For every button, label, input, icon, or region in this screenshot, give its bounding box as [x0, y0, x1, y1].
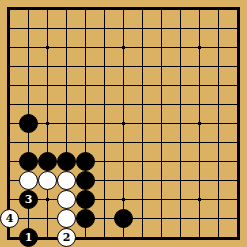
black-stone — [76, 171, 95, 190]
move-number-label: 3 — [25, 194, 33, 205]
black-stone — [19, 114, 38, 133]
stones-layer: 3412 — [0, 0, 247, 247]
move-number-label: 4 — [6, 213, 14, 224]
black-stone: 1 — [19, 228, 38, 247]
white-stone — [57, 171, 76, 190]
black-stone: 3 — [19, 190, 38, 209]
white-stone: 4 — [0, 209, 19, 228]
white-stone — [57, 209, 76, 228]
black-stone — [19, 152, 38, 171]
black-stone — [38, 152, 57, 171]
black-stone — [76, 209, 95, 228]
go-board: 3412 — [0, 0, 247, 247]
move-number-label: 2 — [63, 232, 71, 243]
white-stone — [38, 171, 57, 190]
white-stone: 2 — [57, 228, 76, 247]
white-stone — [19, 171, 38, 190]
black-stone — [76, 190, 95, 209]
black-stone — [114, 209, 133, 228]
move-number-label: 1 — [25, 232, 33, 243]
black-stone — [76, 152, 95, 171]
black-stone — [57, 152, 76, 171]
white-stone — [57, 190, 76, 209]
